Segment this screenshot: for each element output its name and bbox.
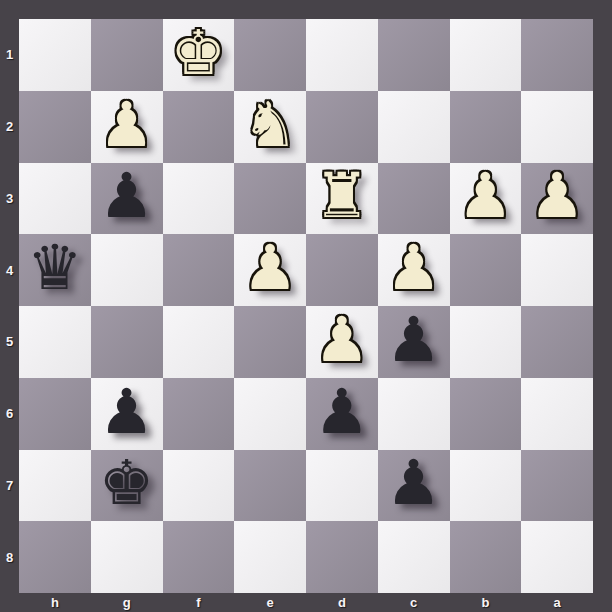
white-pawn[interactable]: ♟ <box>458 165 514 227</box>
square-e7[interactable] <box>234 450 306 522</box>
square-g7[interactable]: ♚ <box>91 450 163 522</box>
square-c2[interactable] <box>378 91 450 163</box>
square-f3[interactable] <box>163 163 235 235</box>
square-a5[interactable] <box>521 306 593 378</box>
square-h4[interactable]: ♛ <box>19 234 91 306</box>
square-g8[interactable] <box>91 521 163 593</box>
black-king[interactable]: ♚ <box>99 452 155 514</box>
file-labels: hgfedcba <box>19 593 593 612</box>
square-h7[interactable] <box>19 450 91 522</box>
white-pawn[interactable]: ♟ <box>386 237 442 299</box>
file-label-h: h <box>19 593 91 612</box>
square-h3[interactable] <box>19 163 91 235</box>
square-e6[interactable] <box>234 378 306 450</box>
square-f8[interactable] <box>163 521 235 593</box>
square-c8[interactable] <box>378 521 450 593</box>
file-label-d: d <box>306 593 378 612</box>
rank-label-4: 4 <box>0 234 19 306</box>
square-a1[interactable] <box>521 19 593 91</box>
square-g6[interactable]: ♟ <box>91 378 163 450</box>
square-b1[interactable] <box>450 19 522 91</box>
square-d8[interactable] <box>306 521 378 593</box>
file-label-b: b <box>450 593 522 612</box>
square-c1[interactable] <box>378 19 450 91</box>
square-g3[interactable]: ♟ <box>91 163 163 235</box>
square-c4[interactable]: ♟ <box>378 234 450 306</box>
white-pawn[interactable]: ♟ <box>314 309 370 371</box>
square-d1[interactable] <box>306 19 378 91</box>
square-a6[interactable] <box>521 378 593 450</box>
square-c6[interactable] <box>378 378 450 450</box>
square-f6[interactable] <box>163 378 235 450</box>
file-label-g: g <box>91 593 163 612</box>
square-b3[interactable]: ♟ <box>450 163 522 235</box>
square-h6[interactable] <box>19 378 91 450</box>
square-a3[interactable]: ♟ <box>521 163 593 235</box>
square-b6[interactable] <box>450 378 522 450</box>
rank-label-3: 3 <box>0 163 19 235</box>
square-b5[interactable] <box>450 306 522 378</box>
rank-label-5: 5 <box>0 306 19 378</box>
square-e5[interactable] <box>234 306 306 378</box>
white-pawn[interactable]: ♟ <box>99 94 155 156</box>
white-king[interactable]: ♚ <box>171 22 227 84</box>
square-a4[interactable] <box>521 234 593 306</box>
rank-label-6: 6 <box>0 378 19 450</box>
square-f2[interactable] <box>163 91 235 163</box>
square-c7[interactable]: ♟ <box>378 450 450 522</box>
square-g5[interactable] <box>91 306 163 378</box>
file-label-f: f <box>163 593 235 612</box>
square-d2[interactable] <box>306 91 378 163</box>
square-e1[interactable] <box>234 19 306 91</box>
square-e4[interactable]: ♟ <box>234 234 306 306</box>
square-a7[interactable] <box>521 450 593 522</box>
square-d4[interactable] <box>306 234 378 306</box>
square-e8[interactable] <box>234 521 306 593</box>
square-e3[interactable] <box>234 163 306 235</box>
file-label-a: a <box>521 593 593 612</box>
rank-labels: 12345678 <box>0 19 19 593</box>
white-pawn[interactable]: ♟ <box>242 237 298 299</box>
black-pawn[interactable]: ♟ <box>99 165 155 227</box>
square-d5[interactable]: ♟ <box>306 306 378 378</box>
square-d6[interactable]: ♟ <box>306 378 378 450</box>
white-rook[interactable]: ♜ <box>314 165 370 227</box>
file-label-c: c <box>378 593 450 612</box>
square-d3[interactable]: ♜ <box>306 163 378 235</box>
white-pawn[interactable]: ♟ <box>529 165 585 227</box>
black-pawn[interactable]: ♟ <box>314 381 370 443</box>
black-queen[interactable]: ♛ <box>27 237 83 299</box>
chess-board-frame: 12345678 hgfedcba ♚♟♞♟♜♟♟♛♟♟♟♟♟♟♚♟ <box>0 0 612 612</box>
rank-label-1: 1 <box>0 19 19 91</box>
square-g1[interactable] <box>91 19 163 91</box>
square-a2[interactable] <box>521 91 593 163</box>
square-b8[interactable] <box>450 521 522 593</box>
black-pawn[interactable]: ♟ <box>99 381 155 443</box>
square-a8[interactable] <box>521 521 593 593</box>
square-f7[interactable] <box>163 450 235 522</box>
file-label-e: e <box>234 593 306 612</box>
square-f5[interactable] <box>163 306 235 378</box>
rank-label-7: 7 <box>0 450 19 522</box>
square-f4[interactable] <box>163 234 235 306</box>
chess-board: ♚♟♞♟♜♟♟♛♟♟♟♟♟♟♚♟ <box>19 19 593 593</box>
square-e2[interactable]: ♞ <box>234 91 306 163</box>
square-h2[interactable] <box>19 91 91 163</box>
square-h1[interactable] <box>19 19 91 91</box>
square-h5[interactable] <box>19 306 91 378</box>
square-d7[interactable] <box>306 450 378 522</box>
rank-label-8: 8 <box>0 521 19 593</box>
square-c5[interactable]: ♟ <box>378 306 450 378</box>
black-pawn[interactable]: ♟ <box>386 309 442 371</box>
square-b4[interactable] <box>450 234 522 306</box>
square-h8[interactable] <box>19 521 91 593</box>
rank-label-2: 2 <box>0 91 19 163</box>
square-f1[interactable]: ♚ <box>163 19 235 91</box>
square-c3[interactable] <box>378 163 450 235</box>
square-b7[interactable] <box>450 450 522 522</box>
square-g2[interactable]: ♟ <box>91 91 163 163</box>
square-b2[interactable] <box>450 91 522 163</box>
black-pawn[interactable]: ♟ <box>386 452 442 514</box>
square-g4[interactable] <box>91 234 163 306</box>
white-knight[interactable]: ♞ <box>242 94 298 156</box>
